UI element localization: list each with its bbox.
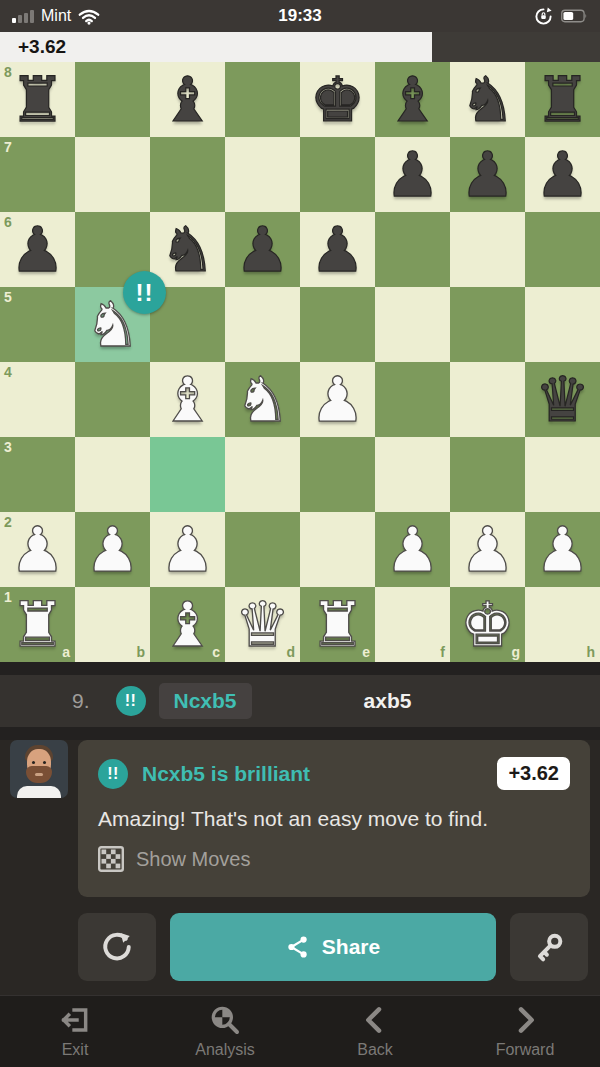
square-h8[interactable]: ♜ xyxy=(525,62,600,137)
square-e8[interactable]: ♚ xyxy=(300,62,375,137)
square-e3[interactable] xyxy=(300,437,375,512)
share-label: Share xyxy=(322,935,380,959)
status-bar: Mint 19:33 xyxy=(0,0,600,32)
brilliant-icon: !! xyxy=(98,759,128,789)
piece-br-a8[interactable]: ♜ xyxy=(0,62,75,137)
chess-board-area: 8♜♝♚♝♞♜7♟♟♟6♟♞♟♟5♞4♝♞♟♛32♟♟♟♟♟♟1a♜bc♝d♛e… xyxy=(0,62,600,662)
app-screen: Mint 19:33 xyxy=(0,0,600,1067)
square-h7[interactable]: ♟ xyxy=(525,137,600,212)
nav-label: Forward xyxy=(496,1041,555,1059)
square-e1[interactable]: e♜ xyxy=(300,587,375,662)
piece-bn-c6[interactable]: ♞ xyxy=(150,212,225,287)
exit-icon xyxy=(59,1004,91,1036)
evaluation-bar: +3.62 xyxy=(0,32,600,62)
file-label-f: f xyxy=(440,645,445,659)
piece-br-h8[interactable]: ♜ xyxy=(525,62,600,137)
rank-label-3: 3 xyxy=(4,440,12,454)
square-e2[interactable] xyxy=(300,512,375,587)
coach-avatar xyxy=(10,740,68,798)
feedback-headline: Ncxb5 is brilliant xyxy=(142,762,310,786)
wifi-icon xyxy=(78,8,100,25)
square-c4[interactable]: ♝ xyxy=(150,362,225,437)
nav-forward[interactable]: Forward xyxy=(450,996,600,1067)
file-label-h: h xyxy=(586,645,595,659)
square-f1[interactable]: f xyxy=(375,587,450,662)
evaluation-score: +3.62 xyxy=(18,36,66,58)
black-move[interactable]: axb5 xyxy=(364,689,412,713)
square-a3[interactable]: 3 xyxy=(0,437,75,512)
square-d8[interactable] xyxy=(225,62,300,137)
file-label-b: b xyxy=(136,645,145,659)
square-a7[interactable]: 7 xyxy=(0,137,75,212)
carrier-label: Mint xyxy=(41,7,71,25)
piece-wp-b2[interactable]: ♟ xyxy=(75,512,150,587)
piece-bp-a6[interactable]: ♟ xyxy=(0,212,75,287)
square-g1[interactable]: g♚ xyxy=(450,587,525,662)
square-e4[interactable]: ♟ xyxy=(300,362,375,437)
square-f7[interactable]: ♟ xyxy=(375,137,450,212)
key-button[interactable] xyxy=(510,913,588,981)
square-h5[interactable] xyxy=(525,287,600,362)
square-d5[interactable] xyxy=(225,287,300,362)
square-b7[interactable] xyxy=(75,137,150,212)
show-moves-button[interactable]: Show Moves xyxy=(98,846,570,872)
piece-bp-e6[interactable]: ♟ xyxy=(300,212,375,287)
show-moves-label: Show Moves xyxy=(136,848,251,871)
square-g5[interactable] xyxy=(450,287,525,362)
piece-wb-c1[interactable]: ♝ xyxy=(150,587,225,662)
move-feedback-card: !! Ncxb5 is brilliant +3.62 Amazing! Tha… xyxy=(78,740,590,897)
piece-wp-f2[interactable]: ♟ xyxy=(375,512,450,587)
square-h3[interactable] xyxy=(525,437,600,512)
cell-signal-icon xyxy=(12,10,34,23)
square-g7[interactable]: ♟ xyxy=(450,137,525,212)
piece-bp-g7[interactable]: ♟ xyxy=(450,137,525,212)
retry-icon xyxy=(100,930,134,964)
square-h4[interactable]: ♛ xyxy=(525,362,600,437)
retry-button[interactable] xyxy=(78,913,156,981)
bottom-nav: Exit Analysis Back xyxy=(0,995,600,1067)
rank-label-5: 5 xyxy=(4,290,12,304)
piece-bn-g8[interactable]: ♞ xyxy=(450,62,525,137)
square-a4[interactable]: 4 xyxy=(0,362,75,437)
square-c7[interactable] xyxy=(150,137,225,212)
piece-bk-e8[interactable]: ♚ xyxy=(300,62,375,137)
square-c6[interactable]: ♞ xyxy=(150,212,225,287)
analysis-icon xyxy=(209,1004,241,1036)
piece-wk-g1[interactable]: ♚ xyxy=(450,587,525,662)
square-g6[interactable] xyxy=(450,212,525,287)
share-button[interactable]: Share xyxy=(170,913,496,981)
square-c2[interactable]: ♟ xyxy=(150,512,225,587)
piece-wb-c4[interactable]: ♝ xyxy=(150,362,225,437)
piece-bp-h7[interactable]: ♟ xyxy=(525,137,600,212)
square-e7[interactable] xyxy=(300,137,375,212)
rank-label-7: 7 xyxy=(4,140,12,154)
square-f8[interactable]: ♝ xyxy=(375,62,450,137)
square-d2[interactable] xyxy=(225,512,300,587)
square-g2[interactable]: ♟ xyxy=(450,512,525,587)
square-d4[interactable]: ♞ xyxy=(225,362,300,437)
square-g3[interactable] xyxy=(450,437,525,512)
nav-analysis[interactable]: Analysis xyxy=(150,996,300,1067)
chess-board[interactable]: 8♜♝♚♝♞♜7♟♟♟6♟♞♟♟5♞4♝♞♟♛32♟♟♟♟♟♟1a♜bc♝d♛e… xyxy=(0,62,600,662)
square-e6[interactable]: ♟ xyxy=(300,212,375,287)
square-c8[interactable]: ♝ xyxy=(150,62,225,137)
piece-wp-h2[interactable]: ♟ xyxy=(525,512,600,587)
piece-bp-d6[interactable]: ♟ xyxy=(225,212,300,287)
square-h2[interactable]: ♟ xyxy=(525,512,600,587)
square-g4[interactable] xyxy=(450,362,525,437)
piece-bb-f8[interactable]: ♝ xyxy=(375,62,450,137)
brilliant-move-badge: !! xyxy=(123,271,166,314)
square-b4[interactable] xyxy=(75,362,150,437)
nav-exit[interactable]: Exit xyxy=(0,996,150,1067)
action-buttons-row: Share xyxy=(0,913,600,981)
square-f4[interactable] xyxy=(375,362,450,437)
piece-bq-h4[interactable]: ♛ xyxy=(525,362,600,437)
share-icon xyxy=(286,935,310,959)
white-move-chip[interactable]: Ncxb5 xyxy=(159,683,252,719)
square-c3[interactable] xyxy=(150,437,225,512)
square-g8[interactable]: ♞ xyxy=(450,62,525,137)
piece-bp-f7[interactable]: ♟ xyxy=(375,137,450,212)
battery-icon xyxy=(561,9,588,23)
square-h1[interactable]: h xyxy=(525,587,600,662)
square-f3[interactable] xyxy=(375,437,450,512)
nav-label: Analysis xyxy=(195,1041,255,1059)
move-number: 9. xyxy=(72,689,90,713)
evaluation-bar-white: +3.62 xyxy=(0,32,432,62)
piece-wr-a1[interactable]: ♜ xyxy=(0,587,75,662)
square-d3[interactable] xyxy=(225,437,300,512)
nav-back[interactable]: Back xyxy=(300,996,450,1067)
chevron-left-icon xyxy=(359,1004,391,1036)
nav-label: Back xyxy=(357,1041,393,1059)
chevron-right-icon xyxy=(509,1004,541,1036)
square-a1[interactable]: 1a♜ xyxy=(0,587,75,662)
rank-label-4: 4 xyxy=(4,365,12,379)
brilliant-icon: !! xyxy=(116,686,146,716)
square-d7[interactable] xyxy=(225,137,300,212)
piece-bb-c8[interactable]: ♝ xyxy=(150,62,225,137)
square-b3[interactable] xyxy=(75,437,150,512)
square-f5[interactable] xyxy=(375,287,450,362)
nav-label: Exit xyxy=(62,1041,89,1059)
square-h6[interactable] xyxy=(525,212,600,287)
square-a5[interactable]: 5 xyxy=(0,287,75,362)
square-b8[interactable] xyxy=(75,62,150,137)
square-a2[interactable]: 2♟ xyxy=(0,512,75,587)
square-a6[interactable]: 6♟ xyxy=(0,212,75,287)
square-e5[interactable] xyxy=(300,287,375,362)
square-d1[interactable]: d♛ xyxy=(225,587,300,662)
square-f2[interactable]: ♟ xyxy=(375,512,450,587)
square-b1[interactable]: b xyxy=(75,587,150,662)
piece-wp-a2[interactable]: ♟ xyxy=(0,512,75,587)
square-b2[interactable]: ♟ xyxy=(75,512,150,587)
piece-wp-c2[interactable]: ♟ xyxy=(150,512,225,587)
eval-badge: +3.62 xyxy=(497,757,570,790)
piece-wq-d1[interactable]: ♛ xyxy=(225,587,300,662)
analysis-panel: !! Ncxb5 is brilliant +3.62 Amazing! Tha… xyxy=(0,740,600,995)
square-d6[interactable]: ♟ xyxy=(225,212,300,287)
feedback-comment: Amazing! That's not an easy move to find… xyxy=(98,807,570,831)
piece-wp-e4[interactable]: ♟ xyxy=(300,362,375,437)
piece-wp-g2[interactable]: ♟ xyxy=(450,512,525,587)
square-c1[interactable]: c♝ xyxy=(150,587,225,662)
square-a8[interactable]: 8♜ xyxy=(0,62,75,137)
move-list-row: 9. !! Ncxb5 axb5 xyxy=(0,662,600,740)
square-f6[interactable] xyxy=(375,212,450,287)
piece-wn-d4[interactable]: ♞ xyxy=(225,362,300,437)
checkerboard-icon xyxy=(98,846,124,872)
piece-wr-e1[interactable]: ♜ xyxy=(300,587,375,662)
key-icon xyxy=(533,931,565,963)
rotation-lock-icon xyxy=(534,7,553,26)
